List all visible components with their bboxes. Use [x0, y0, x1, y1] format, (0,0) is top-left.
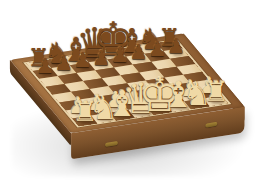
piece-black-pawn-a7[interactable]: ♟: [36, 56, 55, 77]
pieces-layer: ♜♞♝♛♚♝♞♜♟♟♟♟♟♟♟♟♟♟♟♟♟♟♟♟♜♞♝♛♚♝♞♜: [0, 0, 260, 190]
piece-black-pawn-b7[interactable]: ♟: [54, 53, 73, 74]
piece-black-pawn-h7[interactable]: ♟: [167, 36, 186, 57]
piece-black-pawn-e7[interactable]: ♟: [111, 45, 130, 66]
piece-black-pawn-d7[interactable]: ♟: [92, 48, 111, 69]
piece-black-pawn-f7[interactable]: ♟: [129, 42, 148, 63]
piece-black-pawn-c7[interactable]: ♟: [73, 50, 92, 71]
piece-black-pawn-g7[interactable]: ♟: [148, 39, 167, 60]
piece-white-rook-h1[interactable]: ♜: [203, 78, 228, 106]
chess-set-photo: ♜♞♝♛♚♝♞♜♟♟♟♟♟♟♟♟♟♟♟♟♟♟♟♟♜♞♝♛♚♝♞♜: [0, 0, 260, 190]
